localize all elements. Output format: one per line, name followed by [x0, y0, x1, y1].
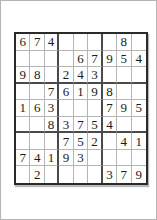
cell-r5c8[interactable]: 9 [117, 100, 131, 117]
cell-r6c5[interactable]: 7 [74, 117, 88, 134]
cell-r1c2[interactable]: 7 [30, 34, 44, 51]
cell-r6c1[interactable] [16, 117, 30, 134]
cell-r8c8[interactable] [117, 150, 131, 167]
cell-r9c3[interactable] [45, 166, 59, 183]
cell-r2c2[interactable] [30, 51, 44, 68]
cell-r4c7[interactable]: 8 [103, 84, 117, 101]
cell-r9c6[interactable] [88, 166, 102, 183]
cell-r4c4[interactable]: 6 [59, 84, 73, 101]
cell-r5c2[interactable]: 6 [30, 100, 44, 117]
cell-r6c8[interactable] [117, 117, 131, 134]
cell-r1c7[interactable] [103, 34, 117, 51]
cell-r8c5[interactable]: 3 [74, 150, 88, 167]
cell-r4c8[interactable] [117, 84, 131, 101]
cell-r5c6[interactable] [88, 100, 102, 117]
cell-r2c9[interactable]: 4 [132, 51, 146, 68]
cell-r9c9[interactable]: 9 [132, 166, 146, 183]
cell-r2c4[interactable] [59, 51, 73, 68]
cell-r5c3[interactable]: 3 [45, 100, 59, 117]
cell-r4c5[interactable]: 1 [74, 84, 88, 101]
cell-r5c9[interactable]: 5 [132, 100, 146, 117]
cell-r2c6[interactable]: 7 [88, 51, 102, 68]
sudoku-page: 6748679549824376198163795837547524174193… [0, 0, 157, 220]
cell-r8c7[interactable] [103, 150, 117, 167]
cell-r9c5[interactable] [74, 166, 88, 183]
cell-r1c3[interactable]: 4 [45, 34, 59, 51]
cell-r1c9[interactable] [132, 34, 146, 51]
cell-r4c1[interactable] [16, 84, 30, 101]
cell-r7c6[interactable]: 2 [88, 133, 102, 150]
cell-r1c6[interactable] [88, 34, 102, 51]
cell-r7c1[interactable] [16, 133, 30, 150]
cell-r2c8[interactable]: 5 [117, 51, 131, 68]
cell-r3c8[interactable] [117, 67, 131, 84]
cell-r7c9[interactable]: 1 [132, 133, 146, 150]
cell-r3c4[interactable]: 2 [59, 67, 73, 84]
cell-r7c3[interactable] [45, 133, 59, 150]
cell-r1c5[interactable] [74, 34, 88, 51]
cell-r4c2[interactable] [30, 84, 44, 101]
cell-r9c2[interactable]: 2 [30, 166, 44, 183]
cell-r6c4[interactable]: 3 [59, 117, 73, 134]
cell-r2c7[interactable]: 9 [103, 51, 117, 68]
cell-r9c4[interactable] [59, 166, 73, 183]
cell-r3c3[interactable] [45, 67, 59, 84]
cell-r7c2[interactable] [30, 133, 44, 150]
cell-r7c4[interactable]: 7 [59, 133, 73, 150]
cell-r9c1[interactable] [16, 166, 30, 183]
cell-r6c7[interactable]: 4 [103, 117, 117, 134]
cell-r8c6[interactable] [88, 150, 102, 167]
cell-r7c5[interactable]: 5 [74, 133, 88, 150]
cell-r8c3[interactable]: 1 [45, 150, 59, 167]
cell-r3c7[interactable] [103, 67, 117, 84]
cell-r7c7[interactable] [103, 133, 117, 150]
cell-r8c9[interactable] [132, 150, 146, 167]
cell-r3c2[interactable]: 8 [30, 67, 44, 84]
cell-r3c1[interactable]: 9 [16, 67, 30, 84]
cell-r4c3[interactable]: 7 [45, 84, 59, 101]
cell-r3c6[interactable]: 3 [88, 67, 102, 84]
cell-r6c9[interactable] [132, 117, 146, 134]
cell-r6c3[interactable]: 8 [45, 117, 59, 134]
cell-r5c4[interactable] [59, 100, 73, 117]
cell-r1c8[interactable]: 8 [117, 34, 131, 51]
cell-r9c8[interactable]: 7 [117, 166, 131, 183]
cell-r5c1[interactable]: 1 [16, 100, 30, 117]
cell-r3c9[interactable] [132, 67, 146, 84]
cell-r4c9[interactable] [132, 84, 146, 101]
cell-r2c1[interactable] [16, 51, 30, 68]
sudoku-board: 6748679549824376198163795837547524174193… [14, 32, 148, 185]
cell-r6c2[interactable] [30, 117, 44, 134]
cell-r8c1[interactable]: 7 [16, 150, 30, 167]
cell-r1c1[interactable]: 6 [16, 34, 30, 51]
cell-r2c5[interactable]: 6 [74, 51, 88, 68]
cell-r2c3[interactable] [45, 51, 59, 68]
cell-r4c6[interactable]: 9 [88, 84, 102, 101]
cell-r5c7[interactable]: 7 [103, 100, 117, 117]
cell-r7c8[interactable]: 4 [117, 133, 131, 150]
cell-r9c7[interactable]: 3 [103, 166, 117, 183]
cell-r8c2[interactable]: 4 [30, 150, 44, 167]
cell-r3c5[interactable]: 4 [74, 67, 88, 84]
cell-r1c4[interactable] [59, 34, 73, 51]
cell-r5c5[interactable] [74, 100, 88, 117]
cell-r6c6[interactable]: 5 [88, 117, 102, 134]
cell-r8c4[interactable]: 9 [59, 150, 73, 167]
